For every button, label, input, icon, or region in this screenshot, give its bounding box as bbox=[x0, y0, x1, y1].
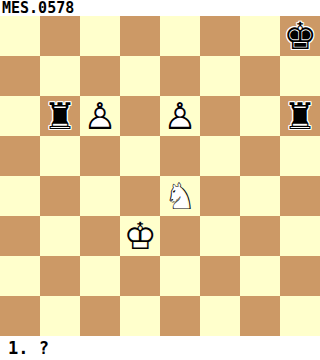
square-d2[interactable] bbox=[120, 256, 160, 296]
piece-outline-glyph: ♔ bbox=[120, 216, 160, 256]
square-g7[interactable] bbox=[240, 56, 280, 96]
square-b6[interactable]: ♜ bbox=[40, 96, 80, 136]
black-rook[interactable]: ♜ bbox=[280, 96, 320, 136]
square-h2[interactable] bbox=[280, 256, 320, 296]
square-h6[interactable]: ♜ bbox=[280, 96, 320, 136]
move-prompt: 1. ? bbox=[0, 336, 320, 360]
square-f8[interactable] bbox=[200, 16, 240, 56]
chess-diagram-window: MES.0578 ♚♜♟♙♟♙♜♞♘♚♔ 1. ? bbox=[0, 0, 320, 360]
piece-glyph: ♜ bbox=[40, 96, 80, 136]
square-g1[interactable] bbox=[240, 296, 280, 336]
piece-outline-glyph: ♘ bbox=[160, 176, 200, 216]
square-g2[interactable] bbox=[240, 256, 280, 296]
square-c1[interactable] bbox=[80, 296, 120, 336]
square-d4[interactable] bbox=[120, 176, 160, 216]
square-b7[interactable] bbox=[40, 56, 80, 96]
square-f6[interactable] bbox=[200, 96, 240, 136]
square-f1[interactable] bbox=[200, 296, 240, 336]
square-b3[interactable] bbox=[40, 216, 80, 256]
piece-glyph: ♜ bbox=[280, 96, 320, 136]
square-f7[interactable] bbox=[200, 56, 240, 96]
square-a2[interactable] bbox=[0, 256, 40, 296]
square-c4[interactable] bbox=[80, 176, 120, 216]
white-knight[interactable]: ♞♘ bbox=[160, 176, 200, 216]
square-c7[interactable] bbox=[80, 56, 120, 96]
square-f4[interactable] bbox=[200, 176, 240, 216]
square-h8[interactable]: ♚ bbox=[280, 16, 320, 56]
square-a7[interactable] bbox=[0, 56, 40, 96]
square-c6[interactable]: ♟♙ bbox=[80, 96, 120, 136]
square-a1[interactable] bbox=[0, 296, 40, 336]
square-d5[interactable] bbox=[120, 136, 160, 176]
square-g3[interactable] bbox=[240, 216, 280, 256]
square-a4[interactable] bbox=[0, 176, 40, 216]
square-a8[interactable] bbox=[0, 16, 40, 56]
white-pawn[interactable]: ♟♙ bbox=[80, 96, 120, 136]
square-b5[interactable] bbox=[40, 136, 80, 176]
square-b4[interactable] bbox=[40, 176, 80, 216]
square-g8[interactable] bbox=[240, 16, 280, 56]
square-b1[interactable] bbox=[40, 296, 80, 336]
square-a6[interactable] bbox=[0, 96, 40, 136]
square-e6[interactable]: ♟♙ bbox=[160, 96, 200, 136]
square-g5[interactable] bbox=[240, 136, 280, 176]
square-d8[interactable] bbox=[120, 16, 160, 56]
diagram-title: MES.0578 bbox=[0, 0, 320, 16]
square-e1[interactable] bbox=[160, 296, 200, 336]
square-h4[interactable] bbox=[280, 176, 320, 216]
chess-board: ♚♜♟♙♟♙♜♞♘♚♔ bbox=[0, 16, 320, 336]
piece-outline-glyph: ♙ bbox=[80, 96, 120, 136]
square-c2[interactable] bbox=[80, 256, 120, 296]
square-h3[interactable] bbox=[280, 216, 320, 256]
square-d3[interactable]: ♚♔ bbox=[120, 216, 160, 256]
black-king[interactable]: ♚ bbox=[280, 16, 320, 56]
square-d7[interactable] bbox=[120, 56, 160, 96]
square-h1[interactable] bbox=[280, 296, 320, 336]
square-e4[interactable]: ♞♘ bbox=[160, 176, 200, 216]
square-c5[interactable] bbox=[80, 136, 120, 176]
square-g6[interactable] bbox=[240, 96, 280, 136]
square-b8[interactable] bbox=[40, 16, 80, 56]
white-king[interactable]: ♚♔ bbox=[120, 216, 160, 256]
square-a5[interactable] bbox=[0, 136, 40, 176]
square-f3[interactable] bbox=[200, 216, 240, 256]
piece-glyph: ♚ bbox=[280, 16, 320, 56]
square-e8[interactable] bbox=[160, 16, 200, 56]
black-rook[interactable]: ♜ bbox=[40, 96, 80, 136]
square-f5[interactable] bbox=[200, 136, 240, 176]
square-e5[interactable] bbox=[160, 136, 200, 176]
square-f2[interactable] bbox=[200, 256, 240, 296]
square-c3[interactable] bbox=[80, 216, 120, 256]
square-e2[interactable] bbox=[160, 256, 200, 296]
square-e7[interactable] bbox=[160, 56, 200, 96]
square-g4[interactable] bbox=[240, 176, 280, 216]
square-d1[interactable] bbox=[120, 296, 160, 336]
piece-outline-glyph: ♙ bbox=[160, 96, 200, 136]
square-c8[interactable] bbox=[80, 16, 120, 56]
white-pawn[interactable]: ♟♙ bbox=[160, 96, 200, 136]
square-a3[interactable] bbox=[0, 216, 40, 256]
square-h5[interactable] bbox=[280, 136, 320, 176]
square-b2[interactable] bbox=[40, 256, 80, 296]
square-h7[interactable] bbox=[280, 56, 320, 96]
square-e3[interactable] bbox=[160, 216, 200, 256]
square-d6[interactable] bbox=[120, 96, 160, 136]
